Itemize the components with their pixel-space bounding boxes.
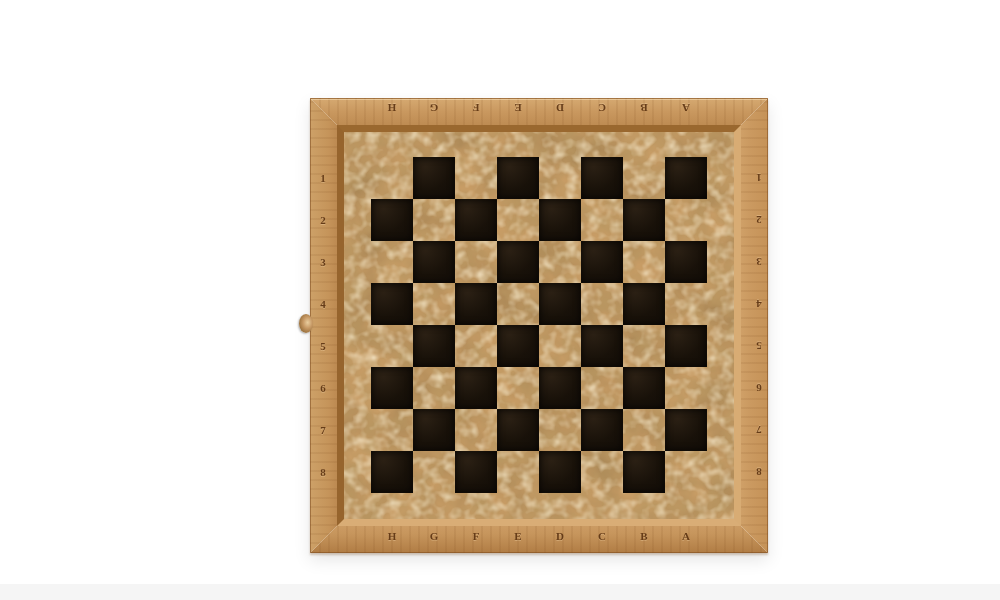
square-h6[interactable]: [371, 367, 413, 409]
square-h4[interactable]: [371, 283, 413, 325]
file-label-bottom-f: F: [468, 529, 484, 543]
square-b1[interactable]: [623, 157, 665, 199]
square-b4[interactable]: [623, 283, 665, 325]
latch-knob: [299, 314, 313, 333]
square-d1[interactable]: [539, 157, 581, 199]
rank-label-left-6: 6: [315, 381, 331, 395]
square-h8[interactable]: [371, 451, 413, 493]
square-a5[interactable]: [665, 325, 707, 367]
squares-grid: [371, 157, 707, 493]
square-h7[interactable]: [371, 409, 413, 451]
square-b2[interactable]: [623, 199, 665, 241]
square-f7[interactable]: [455, 409, 497, 451]
square-h2[interactable]: [371, 199, 413, 241]
square-f3[interactable]: [455, 241, 497, 283]
file-label-bottom-c: C: [594, 529, 610, 543]
square-h3[interactable]: [371, 241, 413, 283]
square-d6[interactable]: [539, 367, 581, 409]
file-label-top-e: E: [510, 101, 526, 115]
square-a2[interactable]: [665, 199, 707, 241]
square-e5[interactable]: [497, 325, 539, 367]
file-label-bottom-d: D: [552, 529, 568, 543]
square-b6[interactable]: [623, 367, 665, 409]
square-f4[interactable]: [455, 283, 497, 325]
rank-label-left-2: 2: [315, 213, 331, 227]
rank-label-left-8: 8: [315, 465, 331, 479]
square-e8[interactable]: [497, 451, 539, 493]
square-a6[interactable]: [665, 367, 707, 409]
square-d3[interactable]: [539, 241, 581, 283]
square-c5[interactable]: [581, 325, 623, 367]
file-label-top-c: C: [594, 101, 610, 115]
square-f8[interactable]: [455, 451, 497, 493]
rank-label-right-7: 7: [751, 423, 767, 437]
square-c4[interactable]: [581, 283, 623, 325]
square-b3[interactable]: [623, 241, 665, 283]
square-e2[interactable]: [497, 199, 539, 241]
square-g4[interactable]: [413, 283, 455, 325]
file-label-top-g: G: [426, 101, 442, 115]
rank-label-left-3: 3: [315, 255, 331, 269]
file-label-top-h: H: [384, 101, 400, 115]
file-label-top-b: B: [636, 101, 652, 115]
square-c7[interactable]: [581, 409, 623, 451]
square-e3[interactable]: [497, 241, 539, 283]
rank-label-left-1: 1: [315, 171, 331, 185]
square-c8[interactable]: [581, 451, 623, 493]
square-f5[interactable]: [455, 325, 497, 367]
background-shadow-strip: [0, 584, 1000, 600]
rank-label-right-6: 6: [751, 381, 767, 395]
rank-label-left-4: 4: [315, 297, 331, 311]
rank-label-right-3: 3: [751, 255, 767, 269]
square-g8[interactable]: [413, 451, 455, 493]
square-f1[interactable]: [455, 157, 497, 199]
square-g2[interactable]: [413, 199, 455, 241]
frame-left: [310, 98, 344, 553]
square-c2[interactable]: [581, 199, 623, 241]
square-a8[interactable]: [665, 451, 707, 493]
square-d7[interactable]: [539, 409, 581, 451]
square-d4[interactable]: [539, 283, 581, 325]
square-e7[interactable]: [497, 409, 539, 451]
file-label-bottom-e: E: [510, 529, 526, 543]
square-g6[interactable]: [413, 367, 455, 409]
file-label-top-d: D: [552, 101, 568, 115]
rank-label-right-1: 1: [751, 171, 767, 185]
square-g7[interactable]: [413, 409, 455, 451]
square-a4[interactable]: [665, 283, 707, 325]
square-b5[interactable]: [623, 325, 665, 367]
frame-bottom: [310, 519, 768, 553]
square-b7[interactable]: [623, 409, 665, 451]
file-label-top-f: F: [468, 101, 484, 115]
square-f2[interactable]: [455, 199, 497, 241]
square-g1[interactable]: [413, 157, 455, 199]
rank-label-right-2: 2: [751, 213, 767, 227]
rank-label-left-5: 5: [315, 339, 331, 353]
file-label-bottom-a: A: [678, 529, 694, 543]
square-g5[interactable]: [413, 325, 455, 367]
rank-label-right-5: 5: [751, 339, 767, 353]
square-b8[interactable]: [623, 451, 665, 493]
board-field: [344, 132, 734, 519]
square-e1[interactable]: [497, 157, 539, 199]
square-c6[interactable]: [581, 367, 623, 409]
square-c3[interactable]: [581, 241, 623, 283]
file-label-bottom-h: H: [384, 529, 400, 543]
square-a1[interactable]: [665, 157, 707, 199]
square-e6[interactable]: [497, 367, 539, 409]
square-d5[interactable]: [539, 325, 581, 367]
frame-right: [734, 98, 768, 553]
rank-label-left-7: 7: [315, 423, 331, 437]
rank-label-right-8: 8: [751, 465, 767, 479]
file-label-bottom-g: G: [426, 529, 442, 543]
square-h5[interactable]: [371, 325, 413, 367]
square-g3[interactable]: [413, 241, 455, 283]
square-d2[interactable]: [539, 199, 581, 241]
frame-top: [310, 98, 768, 132]
chess-board: HH11GG22FF33EE44DD55CC66BB77AA88: [310, 98, 768, 553]
square-d8[interactable]: [539, 451, 581, 493]
product-photo-background: HH11GG22FF33EE44DD55CC66BB77AA88: [0, 0, 1000, 600]
square-e4[interactable]: [497, 283, 539, 325]
square-f6[interactable]: [455, 367, 497, 409]
square-h1[interactable]: [371, 157, 413, 199]
square-a7[interactable]: [665, 409, 707, 451]
square-c1[interactable]: [581, 157, 623, 199]
file-label-bottom-b: B: [636, 529, 652, 543]
file-label-top-a: A: [678, 101, 694, 115]
rank-label-right-4: 4: [751, 297, 767, 311]
square-a3[interactable]: [665, 241, 707, 283]
